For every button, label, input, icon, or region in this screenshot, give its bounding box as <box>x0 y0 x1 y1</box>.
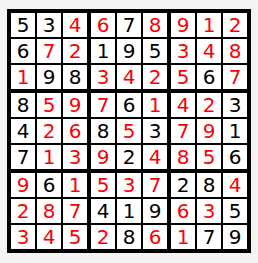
cell-r2c6[interactable]: 5 <box>143 39 167 63</box>
cell-r7c7[interactable]: 2 <box>171 173 195 197</box>
cell-r6c3[interactable]: 3 <box>63 145 87 169</box>
cell-r2c9[interactable]: 8 <box>223 39 247 63</box>
cell-r1c2[interactable]: 3 <box>37 13 61 37</box>
cell-r8c2[interactable]: 8 <box>37 199 61 223</box>
cell-r3c1[interactable]: 1 <box>11 65 35 89</box>
cell-r4c5[interactable]: 6 <box>117 93 141 117</box>
cell-r9c3[interactable]: 5 <box>63 225 87 249</box>
box-1: 534672198 <box>11 13 87 89</box>
box-3: 912348567 <box>171 13 247 89</box>
cell-r1c1[interactable]: 5 <box>11 13 35 37</box>
cell-r8c3[interactable]: 7 <box>63 199 87 223</box>
cell-r2c7[interactable]: 3 <box>171 39 195 63</box>
cell-r9c7[interactable]: 1 <box>171 225 195 249</box>
box-5: 761853924 <box>91 93 167 169</box>
cell-r8c8[interactable]: 3 <box>197 199 221 223</box>
cell-r3c5[interactable]: 4 <box>117 65 141 89</box>
cell-r6c4[interactable]: 9 <box>91 145 115 169</box>
cell-r4c6[interactable]: 1 <box>143 93 167 117</box>
cell-r7c9[interactable]: 4 <box>223 173 247 197</box>
cell-r9c6[interactable]: 6 <box>143 225 167 249</box>
cell-r4c2[interactable]: 5 <box>37 93 61 117</box>
box-7: 961287345 <box>11 173 87 249</box>
cell-r2c8[interactable]: 4 <box>197 39 221 63</box>
cell-r5c2[interactable]: 2 <box>37 119 61 143</box>
cell-r9c4[interactable]: 2 <box>91 225 115 249</box>
cell-r3c7[interactable]: 5 <box>171 65 195 89</box>
cell-r7c8[interactable]: 8 <box>197 173 221 197</box>
cell-r7c4[interactable]: 5 <box>91 173 115 197</box>
cell-r5c4[interactable]: 8 <box>91 119 115 143</box>
cell-r1c6[interactable]: 8 <box>143 13 167 37</box>
cell-r8c1[interactable]: 2 <box>11 199 35 223</box>
box-8: 537419286 <box>91 173 167 249</box>
cell-r9c5[interactable]: 8 <box>117 225 141 249</box>
cell-r6c1[interactable]: 7 <box>11 145 35 169</box>
cell-r1c5[interactable]: 7 <box>117 13 141 37</box>
cell-r1c7[interactable]: 9 <box>171 13 195 37</box>
cell-r9c8[interactable]: 7 <box>197 225 221 249</box>
cell-r4c8[interactable]: 2 <box>197 93 221 117</box>
cell-r5c1[interactable]: 4 <box>11 119 35 143</box>
cell-r6c5[interactable]: 2 <box>117 145 141 169</box>
cell-r3c3[interactable]: 8 <box>63 65 87 89</box>
cell-r5c7[interactable]: 7 <box>171 119 195 143</box>
cell-r4c7[interactable]: 4 <box>171 93 195 117</box>
cell-r6c8[interactable]: 5 <box>197 145 221 169</box>
cell-r2c4[interactable]: 1 <box>91 39 115 63</box>
cell-r7c3[interactable]: 1 <box>63 173 87 197</box>
cell-r6c9[interactable]: 6 <box>223 145 247 169</box>
sudoku-board: 5346721986781953429123485678594267137618… <box>7 9 251 253</box>
cell-r5c9[interactable]: 1 <box>223 119 247 143</box>
cell-r8c9[interactable]: 5 <box>223 199 247 223</box>
cell-r8c6[interactable]: 9 <box>143 199 167 223</box>
cell-r6c6[interactable]: 4 <box>143 145 167 169</box>
cell-r8c5[interactable]: 1 <box>117 199 141 223</box>
cell-r4c9[interactable]: 3 <box>223 93 247 117</box>
cell-r3c8[interactable]: 6 <box>197 65 221 89</box>
cell-r7c1[interactable]: 9 <box>11 173 35 197</box>
cell-r7c6[interactable]: 7 <box>143 173 167 197</box>
cell-r4c3[interactable]: 9 <box>63 93 87 117</box>
cell-r3c6[interactable]: 2 <box>143 65 167 89</box>
cell-r7c5[interactable]: 3 <box>117 173 141 197</box>
cell-r6c7[interactable]: 8 <box>171 145 195 169</box>
cell-r6c2[interactable]: 1 <box>37 145 61 169</box>
box-2: 678195342 <box>91 13 167 89</box>
cell-r9c9[interactable]: 9 <box>223 225 247 249</box>
cell-r5c8[interactable]: 9 <box>197 119 221 143</box>
cell-r3c2[interactable]: 9 <box>37 65 61 89</box>
cell-r2c1[interactable]: 6 <box>11 39 35 63</box>
cell-r8c7[interactable]: 6 <box>171 199 195 223</box>
cell-r5c5[interactable]: 5 <box>117 119 141 143</box>
cell-r1c3[interactable]: 4 <box>63 13 87 37</box>
cell-r2c5[interactable]: 9 <box>117 39 141 63</box>
cell-r1c4[interactable]: 6 <box>91 13 115 37</box>
cell-r9c1[interactable]: 3 <box>11 225 35 249</box>
cell-r3c4[interactable]: 3 <box>91 65 115 89</box>
cell-r1c9[interactable]: 2 <box>223 13 247 37</box>
cell-r2c3[interactable]: 2 <box>63 39 87 63</box>
cell-r5c3[interactable]: 6 <box>63 119 87 143</box>
cell-r4c1[interactable]: 8 <box>11 93 35 117</box>
box-9: 284635179 <box>171 173 247 249</box>
cell-r4c4[interactable]: 7 <box>91 93 115 117</box>
cell-r5c6[interactable]: 3 <box>143 119 167 143</box>
cell-r2c2[interactable]: 7 <box>37 39 61 63</box>
cell-r8c4[interactable]: 4 <box>91 199 115 223</box>
box-6: 423791856 <box>171 93 247 169</box>
cell-r3c9[interactable]: 7 <box>223 65 247 89</box>
cell-r9c2[interactable]: 4 <box>37 225 61 249</box>
box-4: 859426713 <box>11 93 87 169</box>
cell-r7c2[interactable]: 6 <box>37 173 61 197</box>
cell-r1c8[interactable]: 1 <box>197 13 221 37</box>
